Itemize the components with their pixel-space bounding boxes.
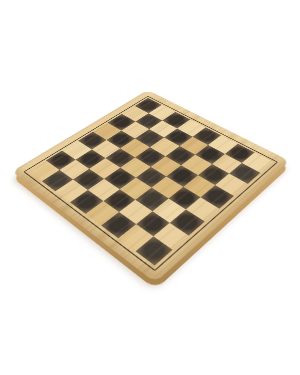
board-face bbox=[11, 90, 289, 283]
square-h2[interactable] bbox=[229, 163, 260, 184]
square-b8[interactable] bbox=[41, 170, 72, 191]
board-scene bbox=[0, 0, 300, 375]
square-f8[interactable] bbox=[101, 212, 135, 238]
square-c7[interactable] bbox=[72, 169, 103, 190]
square-c8[interactable] bbox=[55, 180, 87, 202]
square-e7[interactable] bbox=[102, 189, 135, 212]
square-h3[interactable] bbox=[215, 174, 247, 196]
square-e8[interactable] bbox=[85, 201, 119, 226]
square-f7[interactable] bbox=[118, 200, 152, 225]
chessboard bbox=[11, 90, 289, 283]
square-h5[interactable] bbox=[186, 197, 220, 221]
square-g3[interactable] bbox=[197, 164, 228, 185]
square-f6[interactable] bbox=[135, 188, 168, 211]
square-g5[interactable] bbox=[168, 186, 201, 209]
square-e5[interactable] bbox=[135, 166, 166, 187]
square-g7[interactable] bbox=[135, 211, 169, 237]
square-h8[interactable] bbox=[135, 237, 171, 266]
square-d7[interactable] bbox=[87, 179, 119, 201]
square-d8[interactable] bbox=[69, 190, 102, 213]
square-g4[interactable] bbox=[183, 175, 215, 197]
square-f4[interactable] bbox=[166, 165, 197, 186]
square-d6[interactable] bbox=[104, 168, 135, 189]
square-g8[interactable] bbox=[118, 224, 153, 251]
square-h7[interactable] bbox=[153, 223, 188, 250]
square-e6[interactable] bbox=[119, 177, 151, 199]
square-h6[interactable] bbox=[170, 210, 204, 236]
square-h4[interactable] bbox=[201, 185, 234, 208]
product-photo-background bbox=[0, 0, 300, 375]
board-grid bbox=[28, 98, 272, 266]
square-f5[interactable] bbox=[151, 176, 183, 198]
square-g6[interactable] bbox=[152, 198, 186, 222]
